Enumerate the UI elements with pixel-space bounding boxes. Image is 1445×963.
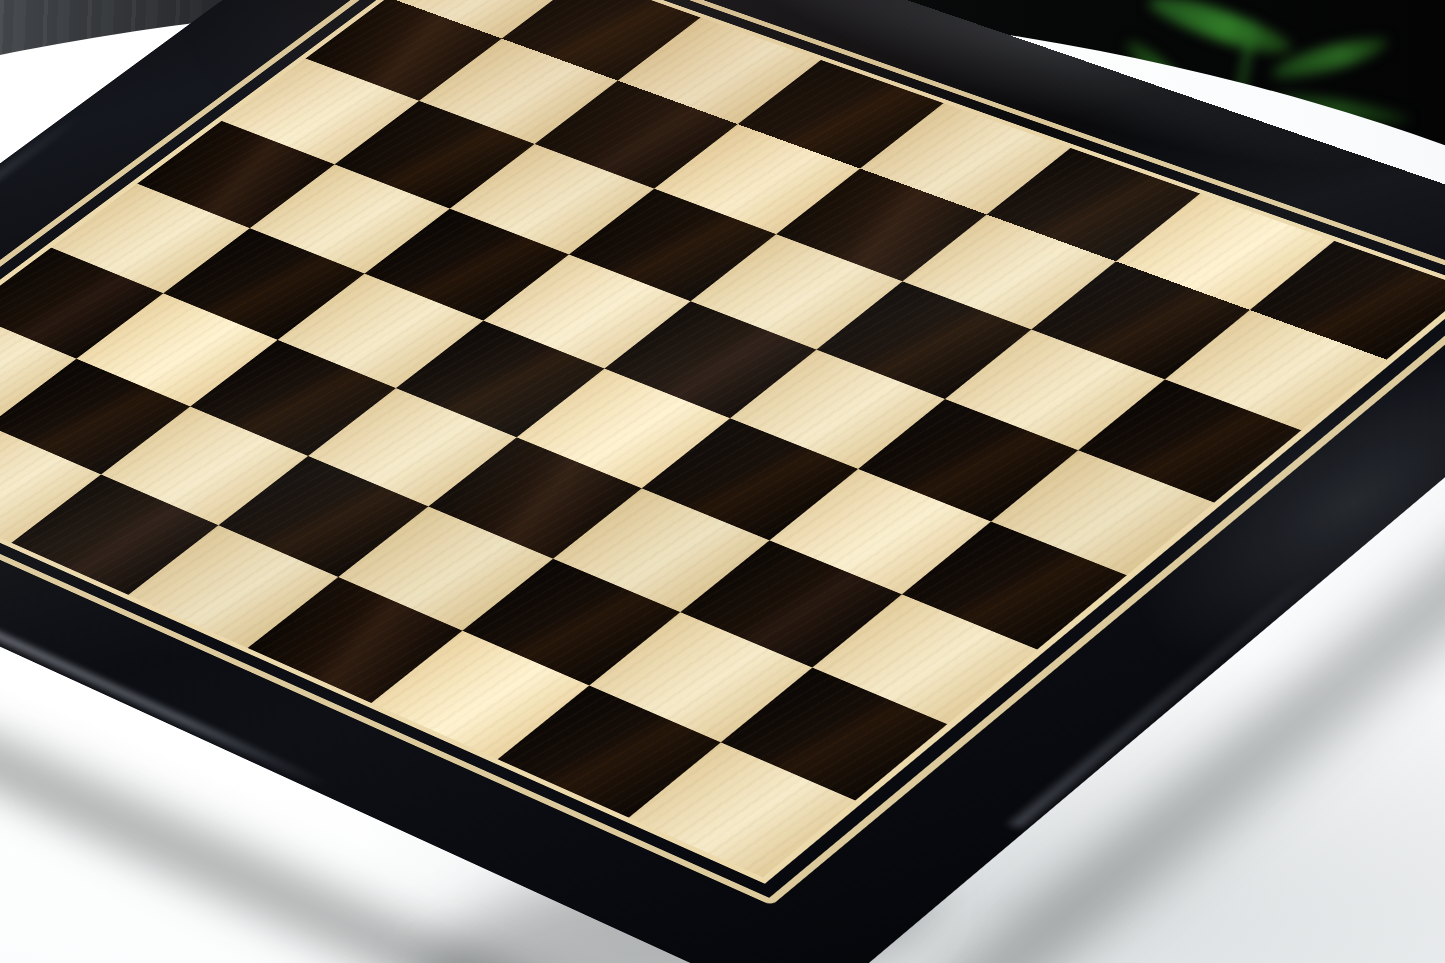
scene [0, 0, 1445, 963]
plant-leaf [1144, 0, 1295, 65]
